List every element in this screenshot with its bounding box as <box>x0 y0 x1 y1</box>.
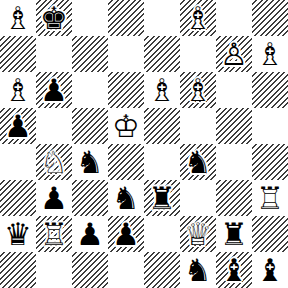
black-pawn-piece: ♟ <box>4 108 32 144</box>
square-a4[interactable] <box>0 144 36 180</box>
square-g1[interactable]: ♝ <box>216 252 252 288</box>
square-b2[interactable]: ♖ <box>36 216 72 252</box>
square-e2[interactable] <box>144 216 180 252</box>
square-b7[interactable] <box>36 36 72 72</box>
black-pawn-piece: ♟ <box>40 180 68 216</box>
square-f1[interactable]: ♞ <box>180 252 216 288</box>
square-f8[interactable]: ♗ <box>180 0 216 36</box>
square-h7[interactable]: ♗ <box>252 36 288 72</box>
white-bishop-piece: ♗ <box>256 36 284 72</box>
black-pawn-piece: ♟ <box>76 216 104 252</box>
square-g7[interactable]: ♙ <box>216 36 252 72</box>
square-c7[interactable] <box>72 36 108 72</box>
white-pawn-piece: ♙ <box>220 36 248 72</box>
square-b5[interactable] <box>36 108 72 144</box>
square-a3[interactable] <box>0 180 36 216</box>
square-d6[interactable] <box>108 72 144 108</box>
square-a6[interactable]: ♗ <box>0 72 36 108</box>
square-a1[interactable] <box>0 252 36 288</box>
white-bishop-piece: ♗ <box>4 72 32 108</box>
square-f2[interactable]: ♕ <box>180 216 216 252</box>
white-rook-piece: ♖ <box>256 180 284 216</box>
square-h6[interactable] <box>252 72 288 108</box>
black-knight-piece: ♞ <box>184 252 212 288</box>
square-b3[interactable]: ♟ <box>36 180 72 216</box>
white-bishop-piece: ♗ <box>148 72 176 108</box>
square-g4[interactable] <box>216 144 252 180</box>
square-f6[interactable]: ♗ <box>180 72 216 108</box>
square-d3[interactable]: ♞ <box>108 180 144 216</box>
square-h3[interactable]: ♖ <box>252 180 288 216</box>
white-bishop-piece: ♗ <box>4 0 32 36</box>
square-b4[interactable]: ♘ <box>36 144 72 180</box>
square-c5[interactable] <box>72 108 108 144</box>
black-knight-piece: ♞ <box>112 180 140 216</box>
square-e7[interactable] <box>144 36 180 72</box>
white-bishop-piece: ♗ <box>184 72 212 108</box>
square-e3[interactable]: ♜ <box>144 180 180 216</box>
square-f4[interactable]: ♞ <box>180 144 216 180</box>
black-bishop-piece: ♝ <box>256 252 284 288</box>
white-knight-piece: ♘ <box>40 144 68 180</box>
square-g8[interactable] <box>216 0 252 36</box>
black-bishop-piece: ♝ <box>220 252 248 288</box>
square-h5[interactable] <box>252 108 288 144</box>
square-e6[interactable]: ♗ <box>144 72 180 108</box>
square-a7[interactable] <box>0 36 36 72</box>
square-e5[interactable] <box>144 108 180 144</box>
black-knight-piece: ♞ <box>184 144 212 180</box>
black-king-piece: ♚ <box>40 0 68 36</box>
white-bishop-piece: ♗ <box>184 0 212 36</box>
square-h2[interactable] <box>252 216 288 252</box>
square-e4[interactable] <box>144 144 180 180</box>
square-c2[interactable]: ♟ <box>72 216 108 252</box>
white-king-piece: ♔ <box>112 108 140 144</box>
square-d4[interactable] <box>108 144 144 180</box>
square-d5[interactable]: ♔ <box>108 108 144 144</box>
square-f5[interactable] <box>180 108 216 144</box>
square-b6[interactable]: ♟ <box>36 72 72 108</box>
black-knight-piece: ♞ <box>76 144 104 180</box>
square-b1[interactable] <box>36 252 72 288</box>
square-c4[interactable]: ♞ <box>72 144 108 180</box>
chess-board: ♗♚♗♙♗♗♟♗♗♟♔♘♞♞♟♞♜♖♛♖♟♟♕♜♞♝♝ <box>0 0 288 288</box>
square-e8[interactable] <box>144 0 180 36</box>
square-c8[interactable] <box>72 0 108 36</box>
square-a8[interactable]: ♗ <box>0 0 36 36</box>
black-pawn-piece: ♟ <box>112 216 140 252</box>
square-h4[interactable] <box>252 144 288 180</box>
square-h1[interactable]: ♝ <box>252 252 288 288</box>
black-rook-piece: ♜ <box>220 216 248 252</box>
square-d8[interactable] <box>108 0 144 36</box>
square-c6[interactable] <box>72 72 108 108</box>
square-h8[interactable] <box>252 0 288 36</box>
white-rook-piece: ♖ <box>40 216 68 252</box>
square-d2[interactable]: ♟ <box>108 216 144 252</box>
square-d7[interactable] <box>108 36 144 72</box>
square-g5[interactable] <box>216 108 252 144</box>
black-queen-piece: ♛ <box>4 216 32 252</box>
square-g2[interactable]: ♜ <box>216 216 252 252</box>
square-g3[interactable] <box>216 180 252 216</box>
square-f3[interactable] <box>180 180 216 216</box>
square-b8[interactable]: ♚ <box>36 0 72 36</box>
square-e1[interactable] <box>144 252 180 288</box>
square-g6[interactable] <box>216 72 252 108</box>
black-rook-piece: ♜ <box>148 180 176 216</box>
square-d1[interactable] <box>108 252 144 288</box>
black-pawn-piece: ♟ <box>40 72 68 108</box>
square-a5[interactable]: ♟ <box>0 108 36 144</box>
square-c1[interactable] <box>72 252 108 288</box>
square-a2[interactable]: ♛ <box>0 216 36 252</box>
square-f7[interactable] <box>180 36 216 72</box>
square-c3[interactable] <box>72 180 108 216</box>
white-queen-piece: ♕ <box>184 216 212 252</box>
